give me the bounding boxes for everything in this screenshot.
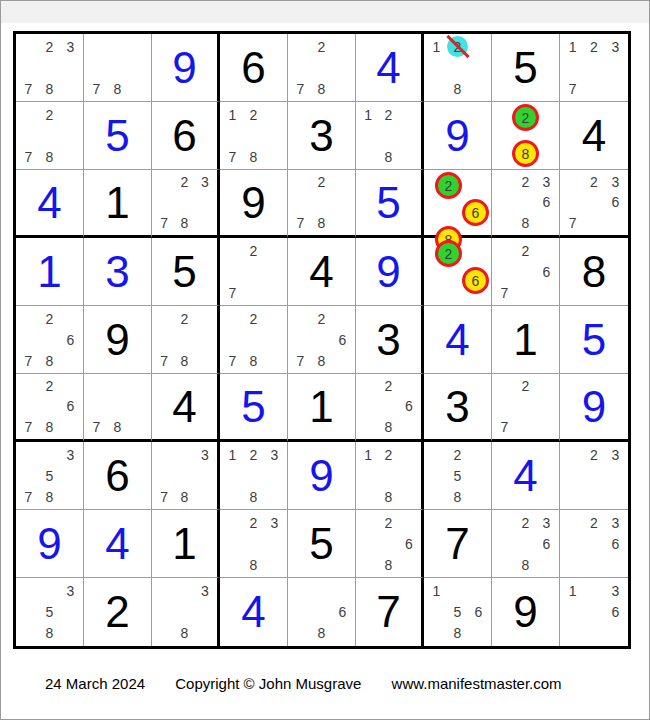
candidate-slot-3: 3 [605, 580, 626, 601]
given-digit: 7 [445, 522, 469, 566]
candidate-slot-4 [86, 396, 107, 416]
cell-r2c5[interactable]: 3 [288, 102, 356, 170]
cell-r5c7[interactable]: 4 [424, 306, 492, 374]
candidate-slot-4 [290, 192, 311, 212]
candidate-slot-9 [60, 146, 81, 167]
candidate-slot-4 [358, 396, 378, 416]
candidate-slot-7 [222, 486, 243, 507]
candidate-slot-5 [174, 329, 194, 350]
candidate-slot-4 [562, 601, 583, 622]
candidate-7: 7 [93, 82, 101, 96]
candidate-8: 8 [318, 82, 326, 96]
candidate-slot-3 [332, 36, 353, 57]
candidate-7: 7 [229, 354, 237, 368]
cell-r4c9[interactable]: 8 [560, 238, 628, 306]
candidate-1: 1 [569, 40, 577, 54]
cell-r7c6[interactable]: 128 [356, 442, 424, 510]
given-digit: 7 [376, 590, 400, 634]
cell-r7c8[interactable]: 4 [492, 442, 560, 510]
candidate-2: 2 [590, 175, 598, 189]
candidate-slot-8: 8 [243, 486, 264, 507]
cell-r6c2[interactable]: 78 [84, 374, 152, 442]
cell-r4c6[interactable]: 9 [356, 238, 424, 306]
candidate-slot-3: 3 [605, 512, 626, 533]
cell-r1c3[interactable]: 9 [152, 34, 220, 102]
solved-digit: 9 [37, 522, 61, 566]
candidate-slot-2: 2 [174, 172, 194, 192]
candidate-slot-8: 8 [447, 486, 468, 507]
cell-r6c4[interactable]: 5 [220, 374, 288, 442]
candidate-slot-3 [399, 444, 419, 465]
given-digit: 8 [582, 250, 606, 294]
cell-r8c9[interactable]: 236 [560, 510, 628, 578]
candidate-slot-6 [399, 125, 419, 146]
candidate-slot-5: 5 [447, 601, 468, 622]
candidate-slot-8 [583, 486, 604, 507]
candidate-3: 3 [67, 584, 75, 598]
candidate-slot-1 [426, 172, 435, 199]
given-digit: 4 [582, 114, 606, 158]
cell-r1c8[interactable]: 5 [492, 34, 560, 102]
candidate-grid: 278 [290, 172, 353, 233]
candidate-slot-8 [243, 282, 264, 303]
candidate-2: 2 [250, 244, 258, 258]
cell-r2c8[interactable]: 28 [492, 102, 560, 170]
cell-r9c1[interactable]: 358 [16, 578, 84, 646]
cell-r3c6[interactable]: 5 [356, 170, 424, 238]
candidate-slot-2: 2 [512, 104, 539, 131]
cell-r5c5[interactable]: 2678 [288, 306, 356, 374]
candidate-slot-6: 6 [536, 261, 557, 282]
candidate-slot-5 [311, 57, 332, 78]
candidate-8: 8 [181, 216, 189, 230]
candidate-slot-6 [60, 601, 81, 622]
candidate-slot-6 [264, 125, 285, 146]
candidate-slot-2: 2 [515, 240, 536, 261]
candidate-slot-6 [128, 57, 149, 78]
given-digit: 3 [376, 318, 400, 362]
solved-digit: 9 [376, 250, 400, 294]
candidate-slot-8: 8 [243, 554, 264, 575]
cell-r3c8[interactable]: 2368 [492, 170, 560, 238]
candidate-6: 6 [611, 605, 619, 619]
candidate-grid: 278 [222, 308, 285, 371]
candidate-slot-7: 7 [18, 417, 39, 437]
candidate-slot-1 [18, 308, 39, 329]
candidate-slot-3 [539, 104, 557, 131]
cell-r3c7[interactable]: 268 [424, 170, 492, 238]
candidate-7: 7 [160, 490, 168, 504]
candidate-1: 1 [229, 448, 237, 462]
candidate-grid: 27 [222, 240, 285, 303]
cell-r3c2[interactable]: 1 [84, 170, 152, 238]
cell-r7c3[interactable]: 378 [152, 442, 220, 510]
candidate-slot-5 [39, 396, 60, 416]
solver-page: 2378789627841285123727856127831289284412… [0, 0, 650, 720]
candidate-slot-2: 2 [447, 444, 468, 465]
solved-digit: 9 [309, 454, 333, 498]
candidate-slot-3 [468, 444, 489, 465]
candidate-slot-7 [358, 486, 378, 507]
candidate-grid: 26 [426, 240, 489, 303]
candidate-7: 7 [229, 286, 237, 300]
candidate-slot-8 [583, 78, 604, 99]
candidate-slot-5 [435, 199, 462, 226]
candidate-slot-4 [86, 57, 107, 78]
solved-digit: 5 [105, 114, 129, 158]
candidate-grid: 68 [290, 580, 353, 644]
candidate-6: 6 [543, 195, 551, 209]
candidate-slot-8: 8 [311, 623, 332, 644]
cell-r2c9[interactable]: 4 [560, 102, 628, 170]
candidate-2: 2 [318, 312, 326, 326]
candidate-2: 2 [46, 312, 54, 326]
candidate-slot-9 [605, 486, 626, 507]
cell-r4c2[interactable]: 3 [84, 238, 152, 306]
candidate-slot-9 [399, 486, 419, 507]
given-digit: 5 [309, 522, 333, 566]
candidate-slot-6: 6 [605, 192, 626, 212]
candidate-slot-6: 6 [536, 533, 557, 554]
candidate-slot-1 [222, 240, 243, 261]
cell-r6c9[interactable]: 9 [560, 374, 628, 442]
candidate-slot-3 [60, 308, 81, 329]
candidate-slot-6 [264, 533, 285, 554]
candidate-slot-3 [399, 512, 419, 533]
cell-r8c7[interactable]: 7 [424, 510, 492, 578]
candidate-grid: 3578 [18, 444, 81, 507]
candidate-slot-8: 8 [512, 140, 539, 167]
candidate-2: 2 [590, 40, 598, 54]
cell-r5c6[interactable]: 3 [356, 306, 424, 374]
candidate-slot-3 [195, 308, 215, 329]
candidate-slot-1 [494, 240, 515, 261]
cell-r6c8[interactable]: 27 [492, 374, 560, 442]
candidate-slot-1 [494, 376, 515, 396]
candidate-slot-6: 6 [399, 396, 419, 416]
candidate-8: 8 [385, 558, 393, 572]
candidate-slot-7: 7 [18, 486, 39, 507]
candidate-slot-1 [222, 512, 243, 533]
candidate-slot-3: 3 [605, 444, 626, 465]
candidate-slot-6 [539, 131, 557, 140]
candidate-grid: 27 [494, 376, 557, 437]
candidate-8: 8 [250, 354, 258, 368]
candidate-slot-7 [426, 623, 447, 644]
candidate-slot-6: 6 [605, 533, 626, 554]
candidate-slot-2: 2 [583, 512, 604, 533]
candidate-slot-3 [536, 376, 557, 396]
candidate-slot-5 [39, 57, 60, 78]
cell-r1c2[interactable]: 78 [84, 34, 152, 102]
candidate-slot-7: 7 [562, 78, 583, 99]
candidate-slot-3 [462, 172, 489, 199]
cell-r5c9[interactable]: 5 [560, 306, 628, 374]
candidate-slot-5 [512, 131, 539, 140]
cell-r2c6[interactable]: 128 [356, 102, 424, 170]
candidate-slot-3 [264, 240, 285, 261]
cell-r9c2[interactable]: 2 [84, 578, 152, 646]
candidate-2: 2 [250, 108, 258, 122]
candidate-slot-6 [128, 396, 149, 416]
candidate-slot-4 [154, 329, 174, 350]
candidate-slot-6: 6 [60, 396, 81, 416]
candidate-slot-5 [515, 533, 536, 554]
cell-r1c5[interactable]: 278 [288, 34, 356, 102]
candidate-8: 8 [385, 490, 393, 504]
cell-r4c5[interactable]: 4 [288, 238, 356, 306]
cell-r6c1[interactable]: 2678 [16, 374, 84, 442]
candidate-1: 1 [364, 108, 372, 122]
cell-r2c2[interactable]: 5 [84, 102, 152, 170]
candidate-7: 7 [297, 216, 305, 230]
cell-r9c5[interactable]: 68 [288, 578, 356, 646]
cell-r9c9[interactable]: 136 [560, 578, 628, 646]
cell-r3c4[interactable]: 9 [220, 170, 288, 238]
candidate-slot-1: 1 [562, 580, 583, 601]
candidate-slot-6 [605, 57, 626, 78]
candidate-slot-8: 8 [39, 146, 60, 167]
candidate-2: 2 [46, 379, 54, 393]
cell-r4c8[interactable]: 267 [492, 238, 560, 306]
candidate-slot-4 [494, 261, 515, 282]
cell-r8c6[interactable]: 268 [356, 510, 424, 578]
cell-r6c6[interactable]: 268 [356, 374, 424, 442]
cell-r7c2[interactable]: 6 [84, 442, 152, 510]
cell-r1c4[interactable]: 6 [220, 34, 288, 102]
solved-digit: 5 [241, 385, 265, 429]
candidate-slot-8: 8 [107, 78, 128, 99]
candidate-slot-2: 2 [447, 36, 468, 57]
candidate-slot-9 [332, 623, 353, 644]
cell-r9c6[interactable]: 7 [356, 578, 424, 646]
footer-website[interactable]: www.manifestmaster.com [392, 675, 562, 692]
cell-r2c3[interactable]: 6 [152, 102, 220, 170]
candidate-slot-6 [264, 261, 285, 282]
candidate-8: 8 [385, 150, 393, 164]
candidate-slot-7: 7 [494, 282, 515, 303]
solved-digit: 5 [582, 318, 606, 362]
candidate-slot-5 [243, 465, 264, 486]
cell-r5c1[interactable]: 2678 [16, 306, 84, 374]
candidate-slot-4 [18, 329, 39, 350]
cell-r7c4[interactable]: 1238 [220, 442, 288, 510]
candidate-slot-7: 7 [18, 146, 39, 167]
candidate-slot-8: 8 [174, 486, 194, 507]
cell-r3c5[interactable]: 278 [288, 170, 356, 238]
candidate-slot-7 [154, 623, 174, 644]
candidate-1: 1 [364, 448, 372, 462]
candidate-3: 3 [611, 448, 619, 462]
candidate-slot-1 [290, 580, 311, 601]
candidate-slot-2: 2 [435, 172, 462, 199]
candidate-2-green-circle: 2 [435, 240, 462, 267]
candidate-slot-6: 6 [60, 329, 81, 350]
cell-r7c1[interactable]: 3578 [16, 442, 84, 510]
candidate-slot-9 [332, 78, 353, 99]
candidate-slot-3: 3 [60, 444, 81, 465]
candidate-slot-9 [468, 486, 489, 507]
cell-r1c1[interactable]: 2378 [16, 34, 84, 102]
cell-r2c4[interactable]: 1278 [220, 102, 288, 170]
candidate-slot-8 [583, 213, 604, 233]
candidate-slot-8 [583, 623, 604, 644]
solved-digit: 3 [105, 250, 129, 294]
candidate-slot-2: 2 [39, 104, 60, 125]
candidate-6-yellow-circle: 6 [462, 267, 489, 294]
candidate-slot-1 [154, 580, 174, 601]
candidate-grid: 268 [426, 172, 489, 233]
candidate-slot-3: 3 [60, 580, 81, 601]
cell-r9c4[interactable]: 4 [220, 578, 288, 646]
candidate-slot-3: 3 [536, 172, 557, 192]
cell-r3c9[interactable]: 2367 [560, 170, 628, 238]
cell-r3c3[interactable]: 2378 [152, 170, 220, 238]
cell-r8c5[interactable]: 5 [288, 510, 356, 578]
cell-r8c2[interactable]: 4 [84, 510, 152, 578]
candidate-1: 1 [433, 584, 441, 598]
cell-r1c7[interactable]: 128 [424, 34, 492, 102]
candidate-grid: 136 [562, 580, 626, 644]
cell-r4c7[interactable]: 26 [424, 238, 492, 306]
candidate-slot-7 [562, 623, 583, 644]
candidate-grid: 2367 [562, 172, 626, 233]
cell-r4c3[interactable]: 5 [152, 238, 220, 306]
candidate-slot-1 [290, 36, 311, 57]
candidate-slot-6 [605, 465, 626, 486]
candidate-slot-4 [222, 533, 243, 554]
candidate-slot-5 [39, 125, 60, 146]
candidate-slot-9 [264, 350, 285, 371]
cell-r7c7[interactable]: 258 [424, 442, 492, 510]
candidate-slot-2: 2 [243, 444, 264, 465]
candidate-slot-2: 2 [435, 240, 462, 267]
candidate-slot-7 [562, 486, 583, 507]
cell-r8c3[interactable]: 1 [152, 510, 220, 578]
candidate-slot-8: 8 [311, 78, 332, 99]
candidate-slot-8: 8 [39, 350, 60, 371]
candidate-slot-6 [468, 57, 489, 78]
candidate-slot-1 [154, 308, 174, 329]
candidate-1: 1 [229, 108, 237, 122]
candidate-slot-9 [264, 554, 285, 575]
cell-r2c1[interactable]: 278 [16, 102, 84, 170]
cell-r1c6[interactable]: 4 [356, 34, 424, 102]
candidate-slot-2: 2 [311, 308, 332, 329]
cell-r2c7[interactable]: 9 [424, 102, 492, 170]
candidate-6: 6 [67, 399, 75, 413]
given-digit: 5 [172, 250, 196, 294]
candidate-slot-7 [562, 554, 583, 575]
candidate-slot-6 [195, 329, 215, 350]
candidate-grid: 128 [426, 36, 489, 99]
candidate-7: 7 [160, 354, 168, 368]
candidate-2: 2 [46, 40, 54, 54]
candidate-slot-8: 8 [515, 554, 536, 575]
candidate-slot-5 [311, 192, 332, 212]
cell-r9c8[interactable]: 9 [492, 578, 560, 646]
candidate-2: 2 [522, 516, 530, 530]
cell-r7c9[interactable]: 23 [560, 442, 628, 510]
candidate-slot-7: 7 [222, 282, 243, 303]
candidate-slot-4 [154, 465, 174, 486]
cell-r4c4[interactable]: 27 [220, 238, 288, 306]
candidate-8: 8 [46, 490, 54, 504]
candidate-slot-5 [435, 267, 462, 294]
candidate-slot-7: 7 [562, 213, 583, 233]
candidate-slot-5 [243, 329, 264, 350]
candidate-slot-2: 2 [515, 512, 536, 533]
candidate-2: 2 [590, 448, 598, 462]
cell-r8c1[interactable]: 9 [16, 510, 84, 578]
cell-r8c4[interactable]: 238 [220, 510, 288, 578]
cell-r4c1[interactable]: 1 [16, 238, 84, 306]
candidate-slot-7: 7 [222, 350, 243, 371]
candidate-slot-8: 8 [447, 78, 468, 99]
candidate-slot-4 [18, 465, 39, 486]
candidate-6: 6 [475, 605, 483, 619]
solved-digit: 1 [37, 250, 61, 294]
candidate-slot-5 [243, 261, 264, 282]
cell-r1c9[interactable]: 1237 [560, 34, 628, 102]
candidate-slot-4 [494, 192, 515, 212]
cell-r9c3[interactable]: 38 [152, 578, 220, 646]
candidate-slot-6: 6 [468, 601, 489, 622]
cell-r5c3[interactable]: 278 [152, 306, 220, 374]
cell-r5c2[interactable]: 9 [84, 306, 152, 374]
cell-r5c8[interactable]: 1 [492, 306, 560, 374]
candidate-slot-7 [358, 146, 378, 167]
candidate-slot-2 [311, 580, 332, 601]
cell-r6c3[interactable]: 4 [152, 374, 220, 442]
cell-r9c7[interactable]: 1568 [424, 578, 492, 646]
candidate-slot-6 [60, 465, 81, 486]
candidate-1: 1 [569, 584, 577, 598]
candidate-slot-7: 7 [494, 417, 515, 437]
candidate-slot-4 [426, 267, 435, 294]
candidate-slot-9 [60, 350, 81, 371]
given-digit: 6 [241, 46, 265, 90]
cell-r3c1[interactable]: 4 [16, 170, 84, 238]
candidate-slot-4 [290, 601, 311, 622]
candidate-6: 6 [67, 333, 75, 347]
cell-r8c8[interactable]: 2368 [492, 510, 560, 578]
cell-r6c5[interactable]: 1 [288, 374, 356, 442]
cell-r5c4[interactable]: 278 [220, 306, 288, 374]
candidate-slot-3: 3 [536, 512, 557, 533]
candidate-slot-5 [243, 125, 264, 146]
candidate-slot-4 [290, 329, 311, 350]
candidate-8: 8 [46, 626, 54, 640]
candidate-slot-8: 8 [378, 554, 398, 575]
candidate-7: 7 [25, 82, 33, 96]
cell-r7c5[interactable]: 9 [288, 442, 356, 510]
solved-digit: 4 [105, 522, 129, 566]
candidate-slot-3 [264, 104, 285, 125]
candidate-slot-7: 7 [154, 350, 174, 371]
candidate-8: 8 [318, 626, 326, 640]
candidate-slot-5 [107, 396, 128, 416]
candidate-slot-4 [18, 601, 39, 622]
cell-r6c7[interactable]: 3 [424, 374, 492, 442]
candidate-8: 8 [250, 490, 258, 504]
candidate-2-green-circle: 2 [512, 104, 539, 131]
candidate-8: 8 [454, 490, 462, 504]
candidate-slot-4 [494, 131, 512, 140]
candidate-slot-4 [358, 533, 378, 554]
candidate-slot-4 [562, 533, 583, 554]
candidate-slot-7: 7 [154, 213, 174, 233]
